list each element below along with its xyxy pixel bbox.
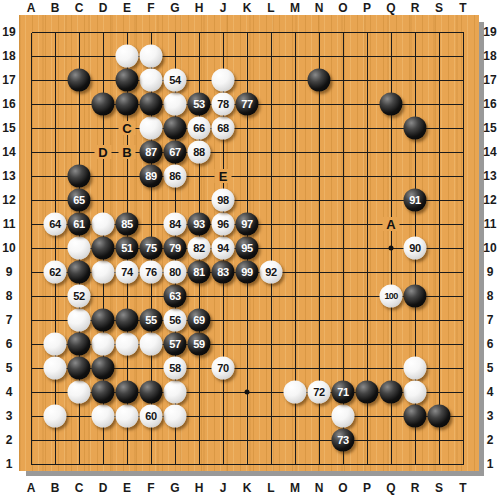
white-stone-F15 (140, 117, 163, 140)
black-stone-C12: 65 (68, 189, 91, 212)
move-number-86: 86 (169, 171, 181, 182)
black-stone-H9: 81 (188, 261, 211, 284)
row-label-right-17: 17 (483, 74, 496, 86)
move-number-53: 53 (193, 99, 205, 110)
row-label-right-5: 5 (487, 362, 494, 374)
black-stone-F13: 89 (140, 165, 163, 188)
black-stone-O4: 71 (332, 381, 355, 404)
col-label-bottom-T: T (459, 482, 466, 494)
row-label-left-3: 3 (6, 410, 13, 422)
black-stone-F10: 75 (140, 237, 163, 260)
row-label-right-19: 19 (483, 26, 496, 38)
col-label-top-H: H (195, 2, 204, 14)
black-stone-C13 (68, 165, 91, 188)
move-number-64: 64 (49, 219, 61, 230)
move-number-77: 77 (241, 99, 253, 110)
move-number-88: 88 (193, 147, 205, 158)
row-label-right-3: 3 (487, 410, 494, 422)
white-stone-C7 (68, 309, 91, 332)
move-number-65: 65 (73, 195, 85, 206)
row-label-left-10: 10 (2, 242, 15, 254)
white-stone-C10 (68, 237, 91, 260)
move-number-81: 81 (193, 267, 205, 278)
col-label-bottom-N: N (315, 482, 324, 494)
white-stone-M4 (284, 381, 307, 404)
move-number-98: 98 (217, 195, 229, 206)
move-number-57: 57 (169, 339, 181, 350)
black-stone-F14: 87 (140, 141, 163, 164)
row-label-right-15: 15 (483, 122, 496, 134)
black-stone-G15 (164, 117, 187, 140)
white-stone-B6 (44, 333, 67, 356)
white-stone-B5 (44, 357, 67, 380)
black-stone-E17 (116, 69, 139, 92)
black-stone-C17 (68, 69, 91, 92)
move-number-78: 78 (217, 99, 229, 110)
move-number-100: 100 (384, 292, 397, 301)
row-label-left-13: 13 (2, 170, 15, 182)
row-label-left-18: 18 (2, 50, 15, 62)
move-number-85: 85 (121, 219, 133, 230)
black-stone-D10 (92, 237, 115, 260)
white-stone-B3 (44, 405, 67, 428)
col-label-top-M: M (290, 2, 300, 14)
black-stone-H16: 53 (188, 93, 211, 116)
col-label-bottom-H: H (195, 482, 204, 494)
move-number-71: 71 (337, 387, 349, 398)
row-label-left-17: 17 (2, 74, 15, 86)
col-label-top-A: A (27, 2, 36, 14)
col-label-bottom-R: R (411, 482, 420, 494)
row-label-left-11: 11 (3, 218, 16, 230)
col-label-bottom-E: E (123, 482, 131, 494)
black-stone-D5 (92, 357, 115, 380)
row-label-right-16: 16 (483, 98, 496, 110)
move-number-90: 90 (409, 243, 421, 254)
white-stone-J10: 94 (212, 237, 235, 260)
move-number-93: 93 (193, 219, 205, 230)
black-stone-D16 (92, 93, 115, 116)
col-label-top-G: G (170, 2, 179, 14)
white-stone-E9: 74 (116, 261, 139, 284)
move-number-91: 91 (409, 195, 421, 206)
move-number-62: 62 (49, 267, 61, 278)
black-stone-G6: 57 (164, 333, 187, 356)
white-stone-O3 (332, 405, 355, 428)
white-stone-E18 (116, 45, 139, 68)
move-number-61: 61 (73, 219, 85, 230)
move-number-82: 82 (193, 243, 205, 254)
white-stone-D3 (92, 405, 115, 428)
white-stone-B9: 62 (44, 261, 67, 284)
black-stone-H6: 59 (188, 333, 211, 356)
move-number-95: 95 (241, 243, 253, 254)
white-stone-F3: 60 (140, 405, 163, 428)
white-stone-B11: 64 (44, 213, 67, 236)
move-number-83: 83 (217, 267, 229, 278)
white-stone-J17 (212, 69, 235, 92)
col-label-bottom-O: O (338, 482, 347, 494)
black-stone-C11: 61 (68, 213, 91, 236)
white-stone-J16: 78 (212, 93, 235, 116)
white-stone-G13: 86 (164, 165, 187, 188)
annotation-E-J13: E (215, 169, 232, 183)
move-number-69: 69 (193, 315, 205, 326)
white-stone-G3 (164, 405, 187, 428)
black-stone-E10: 51 (116, 237, 139, 260)
white-stone-D6 (92, 333, 115, 356)
white-stone-R5 (404, 357, 427, 380)
move-number-51: 51 (121, 243, 133, 254)
white-stone-C4 (68, 381, 91, 404)
row-label-left-15: 15 (2, 122, 15, 134)
annotation-C-E15: C (119, 121, 136, 135)
white-stone-J15: 68 (212, 117, 235, 140)
col-label-top-Q: Q (386, 2, 395, 14)
black-stone-R3 (404, 405, 427, 428)
col-label-top-D: D (99, 2, 108, 14)
col-label-bottom-C: C (75, 482, 84, 494)
row-label-left-12: 12 (2, 194, 15, 206)
black-stone-C6 (68, 333, 91, 356)
black-stone-S3 (428, 405, 451, 428)
row-label-right-8: 8 (487, 290, 494, 302)
col-label-top-O: O (338, 2, 347, 14)
move-number-87: 87 (145, 147, 157, 158)
col-label-bottom-M: M (290, 482, 300, 494)
col-label-bottom-D: D (99, 482, 108, 494)
row-label-right-7: 7 (487, 314, 494, 326)
row-label-right-12: 12 (483, 194, 496, 206)
col-label-bottom-G: G (170, 482, 179, 494)
black-stone-E16 (116, 93, 139, 116)
move-number-75: 75 (145, 243, 157, 254)
row-label-left-16: 16 (2, 98, 15, 110)
row-label-right-13: 13 (483, 170, 496, 182)
white-stone-C8: 52 (68, 285, 91, 308)
black-stone-K11: 97 (236, 213, 259, 236)
black-stone-C5 (68, 357, 91, 380)
move-number-58: 58 (169, 363, 181, 374)
row-label-left-7: 7 (6, 314, 13, 326)
black-stone-H7: 69 (188, 309, 211, 332)
move-number-99: 99 (241, 267, 253, 278)
move-number-92: 92 (265, 267, 277, 278)
black-stone-R12: 91 (404, 189, 427, 212)
white-stone-F17 (140, 69, 163, 92)
row-label-right-14: 14 (483, 146, 496, 158)
col-label-top-E: E (123, 2, 131, 14)
black-stone-K10: 95 (236, 237, 259, 260)
move-number-60: 60 (145, 411, 157, 422)
row-label-left-5: 5 (6, 362, 13, 374)
move-number-63: 63 (169, 291, 181, 302)
black-stone-K16: 77 (236, 93, 259, 116)
black-stone-D7 (92, 309, 115, 332)
black-stone-G8: 63 (164, 285, 187, 308)
black-stone-E7 (116, 309, 139, 332)
move-number-66: 66 (193, 123, 205, 134)
go-diagram: AABBCCDDEEFFGGHHJJKKLLMMNNOOPPQQRRSSTT19… (0, 0, 500, 500)
white-stone-R10: 90 (404, 237, 427, 260)
star-point-K4 (245, 390, 250, 395)
black-stone-O2: 73 (332, 429, 355, 452)
white-stone-G5: 58 (164, 357, 187, 380)
star-point-Q10 (389, 246, 394, 251)
annotation-D-D14: D (95, 145, 112, 159)
row-label-left-19: 19 (2, 26, 15, 38)
row-label-left-2: 2 (6, 434, 13, 446)
row-label-left-1: 1 (6, 458, 13, 470)
move-number-59: 59 (193, 339, 205, 350)
black-stone-E4 (116, 381, 139, 404)
black-stone-F16 (140, 93, 163, 116)
col-label-top-J: J (220, 2, 227, 14)
white-stone-F9: 76 (140, 261, 163, 284)
black-stone-H11: 93 (188, 213, 211, 236)
black-stone-C9 (68, 261, 91, 284)
col-label-top-C: C (75, 2, 84, 14)
white-stone-E3 (116, 405, 139, 428)
black-stone-G10: 79 (164, 237, 187, 260)
black-stone-Q16 (380, 93, 403, 116)
move-number-74: 74 (121, 267, 133, 278)
col-label-top-S: S (435, 2, 443, 14)
white-stone-Q8: 100 (380, 285, 403, 308)
black-stone-P4 (356, 381, 379, 404)
col-label-bottom-J: J (220, 482, 227, 494)
move-number-96: 96 (217, 219, 229, 230)
row-label-right-4: 4 (487, 386, 494, 398)
white-stone-G4 (164, 381, 187, 404)
move-number-94: 94 (217, 243, 229, 254)
white-stone-J11: 96 (212, 213, 235, 236)
move-number-55: 55 (145, 315, 157, 326)
row-label-right-6: 6 (487, 338, 494, 350)
white-stone-F6 (140, 333, 163, 356)
move-number-56: 56 (169, 315, 181, 326)
col-label-top-P: P (363, 2, 371, 14)
col-label-top-K: K (243, 2, 252, 14)
black-stone-D4 (92, 381, 115, 404)
col-label-bottom-P: P (363, 482, 371, 494)
black-stone-K9: 99 (236, 261, 259, 284)
move-number-76: 76 (145, 267, 157, 278)
white-stone-H15: 66 (188, 117, 211, 140)
black-stone-R15 (404, 117, 427, 140)
move-number-68: 68 (217, 123, 229, 134)
col-label-top-F: F (147, 2, 154, 14)
black-stone-Q4 (380, 381, 403, 404)
move-number-73: 73 (337, 435, 349, 446)
white-stone-G17: 54 (164, 69, 187, 92)
black-stone-J9: 83 (212, 261, 235, 284)
white-stone-D11 (92, 213, 115, 236)
row-label-right-1: 1 (487, 458, 494, 470)
white-stone-J12: 98 (212, 189, 235, 212)
move-number-72: 72 (313, 387, 325, 398)
move-number-52: 52 (73, 291, 85, 302)
white-stone-H14: 88 (188, 141, 211, 164)
row-label-left-9: 9 (6, 266, 13, 278)
white-stone-G16 (164, 93, 187, 116)
white-stone-G7: 56 (164, 309, 187, 332)
move-number-97: 97 (241, 219, 253, 230)
col-label-top-R: R (411, 2, 420, 14)
black-stone-F4 (140, 381, 163, 404)
white-stone-G11: 84 (164, 213, 187, 236)
row-label-left-4: 4 (6, 386, 13, 398)
col-label-bottom-Q: Q (386, 482, 395, 494)
move-number-89: 89 (145, 171, 157, 182)
col-label-bottom-A: A (27, 482, 36, 494)
white-stone-F18 (140, 45, 163, 68)
row-label-right-11: 11 (484, 218, 497, 230)
row-label-right-9: 9 (487, 266, 494, 278)
col-label-bottom-S: S (435, 482, 443, 494)
col-label-bottom-B: B (51, 482, 60, 494)
move-number-79: 79 (169, 243, 181, 254)
white-stone-N4: 72 (308, 381, 331, 404)
white-stone-J5: 70 (212, 357, 235, 380)
row-label-right-2: 2 (487, 434, 494, 446)
row-label-left-6: 6 (6, 338, 13, 350)
annotation-B-E14: B (119, 145, 136, 159)
white-stone-G9: 80 (164, 261, 187, 284)
move-number-67: 67 (169, 147, 181, 158)
black-stone-R8 (404, 285, 427, 308)
row-label-right-10: 10 (483, 242, 496, 254)
black-stone-G14: 67 (164, 141, 187, 164)
white-stone-D9 (92, 261, 115, 284)
col-label-top-N: N (315, 2, 324, 14)
col-label-top-B: B (51, 2, 60, 14)
white-stone-H10: 82 (188, 237, 211, 260)
col-label-top-L: L (267, 2, 274, 14)
annotation-A-Q11: A (383, 217, 400, 231)
row-label-left-8: 8 (6, 290, 13, 302)
col-label-top-T: T (459, 2, 466, 14)
move-number-80: 80 (169, 267, 181, 278)
col-label-bottom-F: F (147, 482, 154, 494)
black-stone-N17 (308, 69, 331, 92)
col-label-bottom-L: L (267, 482, 274, 494)
row-label-left-14: 14 (2, 146, 15, 158)
move-number-54: 54 (169, 75, 181, 86)
col-label-bottom-K: K (243, 482, 252, 494)
white-stone-L9: 92 (260, 261, 283, 284)
black-stone-F7: 55 (140, 309, 163, 332)
black-stone-E11: 85 (116, 213, 139, 236)
white-stone-E6 (116, 333, 139, 356)
move-number-70: 70 (217, 363, 229, 374)
row-label-right-18: 18 (483, 50, 496, 62)
move-number-84: 84 (169, 219, 181, 230)
white-stone-R4 (404, 381, 427, 404)
